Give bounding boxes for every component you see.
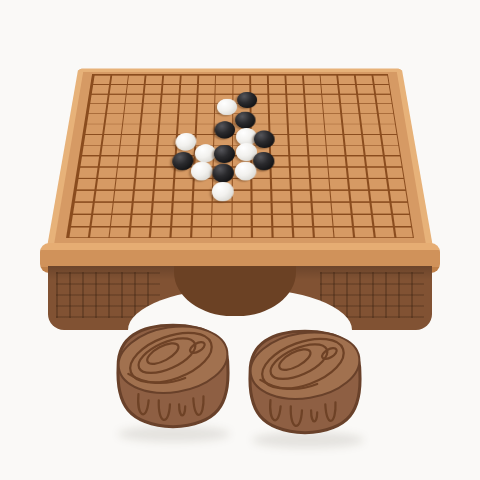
white-stone[interactable]	[234, 162, 256, 181]
go-board[interactable]	[47, 68, 433, 247]
white-stone[interactable]	[190, 162, 212, 181]
white-stone[interactable]	[174, 133, 196, 151]
black-stone[interactable]	[237, 92, 257, 108]
black-stone[interactable]	[213, 145, 234, 163]
stones-layer	[47, 68, 433, 247]
black-stone[interactable]	[171, 152, 193, 170]
black-stone[interactable]	[253, 130, 274, 148]
black-stone[interactable]	[235, 112, 256, 129]
stone-bowl-left[interactable]	[108, 318, 238, 442]
black-stone[interactable]	[212, 164, 234, 183]
white-stone[interactable]	[216, 99, 236, 115]
white-stone[interactable]	[211, 182, 233, 202]
white-stone[interactable]	[194, 144, 216, 162]
stone-bowl-right[interactable]	[240, 324, 370, 448]
scene	[0, 0, 480, 480]
black-stone[interactable]	[214, 121, 235, 138]
